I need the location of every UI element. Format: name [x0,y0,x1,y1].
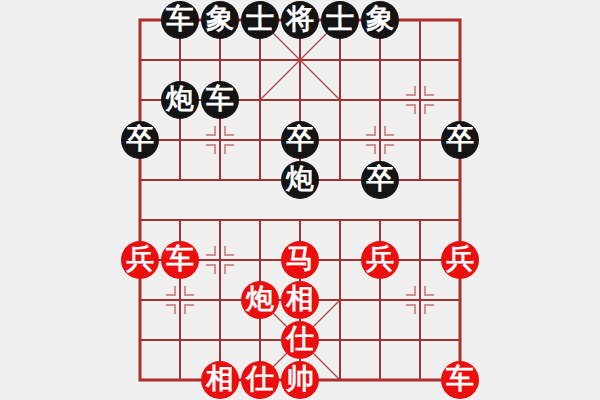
piece-glyph: 卒 [446,125,474,153]
piece-red-elephant[interactable]: 相 [201,361,239,399]
piece-black-elephant[interactable]: 象 [361,1,399,39]
piece-glyph: 炮 [286,165,314,193]
piece-red-chariot[interactable]: 车 [161,241,199,279]
piece-red-advisor[interactable]: 仕 [281,321,319,359]
piece-glyph: 卒 [286,125,314,153]
piece-glyph: 象 [366,5,394,33]
piece-black-advisor[interactable]: 士 [241,1,279,39]
piece-glyph: 士 [246,5,274,33]
piece-glyph: 相 [206,365,234,393]
piece-black-chariot[interactable]: 车 [201,81,239,119]
piece-red-general[interactable]: 帅 [281,361,319,399]
piece-glyph: 将 [286,5,314,33]
piece-black-soldier[interactable]: 卒 [121,121,159,159]
piece-glyph: 卒 [366,165,394,193]
piece-glyph: 马 [286,245,314,273]
piece-black-soldier[interactable]: 卒 [441,121,479,159]
piece-glyph: 士 [326,5,354,33]
piece-glyph: 车 [446,365,474,393]
piece-black-soldier[interactable]: 卒 [361,161,399,199]
piece-red-soldier[interactable]: 兵 [441,241,479,279]
xiangqi-board: 车象士将士象炮车卒卒卒炮卒兵车马兵兵炮相仕相仕帅车 [120,0,480,400]
piece-black-cannon[interactable]: 炮 [281,161,319,199]
piece-glyph: 相 [286,285,314,313]
piece-red-horse[interactable]: 马 [281,241,319,279]
piece-glyph: 象 [206,5,234,33]
piece-glyph: 炮 [246,285,274,313]
piece-glyph: 车 [206,85,234,113]
piece-glyph: 炮 [166,85,194,113]
piece-red-soldier[interactable]: 兵 [121,241,159,279]
piece-black-cannon[interactable]: 炮 [161,81,199,119]
piece-glyph: 车 [166,245,194,273]
piece-black-chariot[interactable]: 车 [161,1,199,39]
piece-glyph: 兵 [366,245,394,273]
piece-red-cannon[interactable]: 炮 [241,281,279,319]
piece-black-general[interactable]: 将 [281,1,319,39]
piece-red-elephant[interactable]: 相 [281,281,319,319]
piece-glyph: 车 [166,5,194,33]
piece-glyph: 帅 [286,365,314,393]
piece-glyph: 仕 [246,365,274,393]
piece-glyph: 仕 [286,325,314,353]
piece-red-advisor[interactable]: 仕 [241,361,279,399]
piece-glyph: 卒 [126,125,154,153]
piece-red-soldier[interactable]: 兵 [361,241,399,279]
piece-black-advisor[interactable]: 士 [321,1,359,39]
piece-glyph: 兵 [446,245,474,273]
piece-red-chariot[interactable]: 车 [441,361,479,399]
piece-black-elephant[interactable]: 象 [201,1,239,39]
piece-glyph: 兵 [126,245,154,273]
xiangqi-app-window: 车象士将士象炮车卒卒卒炮卒兵车马兵兵炮相仕相仕帅车 [0,0,600,400]
piece-black-soldier[interactable]: 卒 [281,121,319,159]
